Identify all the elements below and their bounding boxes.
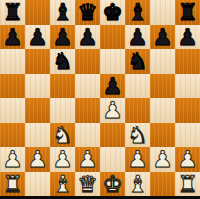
- white-pawn-piece[interactable]: ♟: [27, 147, 48, 171]
- square-b2[interactable]: ♟: [25, 147, 50, 172]
- chess-board: ♜♝♛♚♝♜♟♟♟♟♟♟♟♞♞♟♟♞♞♟♟♟♟♟♟♟♜♝♛♚♝♜: [0, 0, 200, 196]
- square-c6[interactable]: ♞: [50, 49, 75, 74]
- white-rook-piece[interactable]: ♜: [177, 172, 198, 196]
- square-b7[interactable]: ♟: [25, 25, 50, 50]
- black-knight-piece[interactable]: ♞: [52, 49, 73, 73]
- black-pawn-piece[interactable]: ♟: [127, 25, 148, 49]
- black-pawn-piece[interactable]: ♟: [52, 25, 73, 49]
- black-rook-piece[interactable]: ♜: [177, 0, 198, 24]
- square-b6[interactable]: [25, 49, 50, 74]
- black-pawn-piece[interactable]: ♟: [177, 25, 198, 49]
- black-pawn-piece[interactable]: ♟: [102, 74, 123, 98]
- square-e5[interactable]: ♟: [100, 74, 125, 99]
- square-c2[interactable]: ♟: [50, 147, 75, 172]
- square-h8[interactable]: ♜: [175, 0, 200, 25]
- square-h4[interactable]: [175, 98, 200, 123]
- square-g3[interactable]: [150, 123, 175, 148]
- square-b5[interactable]: [25, 74, 50, 99]
- black-king-piece[interactable]: ♚: [102, 0, 123, 24]
- white-pawn-piece[interactable]: ♟: [127, 147, 148, 171]
- black-pawn-piece[interactable]: ♟: [152, 25, 173, 49]
- square-a1[interactable]: ♜: [0, 172, 25, 197]
- square-a6[interactable]: [0, 49, 25, 74]
- square-f4[interactable]: [125, 98, 150, 123]
- black-pawn-piece[interactable]: ♟: [2, 25, 23, 49]
- square-g2[interactable]: ♟: [150, 147, 175, 172]
- square-c4[interactable]: [50, 98, 75, 123]
- square-h1[interactable]: ♜: [175, 172, 200, 197]
- square-e7[interactable]: [100, 25, 125, 50]
- white-rook-piece[interactable]: ♜: [2, 172, 23, 196]
- square-a2[interactable]: ♟: [0, 147, 25, 172]
- square-h5[interactable]: [175, 74, 200, 99]
- square-d4[interactable]: [75, 98, 100, 123]
- square-h6[interactable]: [175, 49, 200, 74]
- white-pawn-piece[interactable]: ♟: [52, 147, 73, 171]
- square-e3[interactable]: [100, 123, 125, 148]
- black-bishop-piece[interactable]: ♝: [127, 0, 148, 24]
- square-f2[interactable]: ♟: [125, 147, 150, 172]
- square-f6[interactable]: ♞: [125, 49, 150, 74]
- square-f5[interactable]: [125, 74, 150, 99]
- square-b3[interactable]: [25, 123, 50, 148]
- square-f7[interactable]: ♟: [125, 25, 150, 50]
- square-d5[interactable]: [75, 74, 100, 99]
- square-b1[interactable]: [25, 172, 50, 197]
- square-f3[interactable]: ♞: [125, 123, 150, 148]
- white-pawn-piece[interactable]: ♟: [102, 98, 123, 122]
- square-c1[interactable]: ♝: [50, 172, 75, 197]
- square-e6[interactable]: [100, 49, 125, 74]
- square-g1[interactable]: [150, 172, 175, 197]
- square-f8[interactable]: ♝: [125, 0, 150, 25]
- square-e2[interactable]: [100, 147, 125, 172]
- square-a3[interactable]: [0, 123, 25, 148]
- white-bishop-piece[interactable]: ♝: [52, 172, 73, 196]
- square-e8[interactable]: ♚: [100, 0, 125, 25]
- square-h2[interactable]: ♟: [175, 147, 200, 172]
- square-b8[interactable]: [25, 0, 50, 25]
- chess-board-window: ♜♝♛♚♝♜♟♟♟♟♟♟♟♞♞♟♟♞♞♟♟♟♟♟♟♟♜♝♛♚♝♜: [0, 0, 200, 199]
- square-g6[interactable]: [150, 49, 175, 74]
- white-queen-piece[interactable]: ♛: [77, 172, 98, 196]
- square-g7[interactable]: ♟: [150, 25, 175, 50]
- white-knight-piece[interactable]: ♞: [52, 123, 73, 147]
- square-e1[interactable]: ♚: [100, 172, 125, 197]
- square-e4[interactable]: ♟: [100, 98, 125, 123]
- black-rook-piece[interactable]: ♜: [2, 0, 23, 24]
- square-g8[interactable]: [150, 0, 175, 25]
- square-d2[interactable]: ♟: [75, 147, 100, 172]
- black-pawn-piece[interactable]: ♟: [27, 25, 48, 49]
- square-h7[interactable]: ♟: [175, 25, 200, 50]
- square-d7[interactable]: ♟: [75, 25, 100, 50]
- white-knight-piece[interactable]: ♞: [127, 123, 148, 147]
- square-g5[interactable]: [150, 74, 175, 99]
- square-d6[interactable]: [75, 49, 100, 74]
- square-c7[interactable]: ♟: [50, 25, 75, 50]
- white-king-piece[interactable]: ♚: [102, 172, 123, 196]
- white-pawn-piece[interactable]: ♟: [152, 147, 173, 171]
- square-h3[interactable]: [175, 123, 200, 148]
- square-g4[interactable]: [150, 98, 175, 123]
- square-a4[interactable]: [0, 98, 25, 123]
- square-b4[interactable]: [25, 98, 50, 123]
- black-queen-piece[interactable]: ♛: [77, 0, 98, 24]
- square-f1[interactable]: ♝: [125, 172, 150, 197]
- black-pawn-piece[interactable]: ♟: [77, 25, 98, 49]
- square-a8[interactable]: ♜: [0, 0, 25, 25]
- board-bottom-edge: [0, 196, 200, 199]
- black-bishop-piece[interactable]: ♝: [52, 0, 73, 24]
- square-c8[interactable]: ♝: [50, 0, 75, 25]
- square-c5[interactable]: [50, 74, 75, 99]
- white-pawn-piece[interactable]: ♟: [77, 147, 98, 171]
- square-c3[interactable]: ♞: [50, 123, 75, 148]
- square-a7[interactable]: ♟: [0, 25, 25, 50]
- white-pawn-piece[interactable]: ♟: [177, 147, 198, 171]
- black-knight-piece[interactable]: ♞: [127, 49, 148, 73]
- square-a5[interactable]: [0, 74, 25, 99]
- square-d8[interactable]: ♛: [75, 0, 100, 25]
- white-bishop-piece[interactable]: ♝: [127, 172, 148, 196]
- white-pawn-piece[interactable]: ♟: [2, 147, 23, 171]
- square-d1[interactable]: ♛: [75, 172, 100, 197]
- square-d3[interactable]: [75, 123, 100, 148]
